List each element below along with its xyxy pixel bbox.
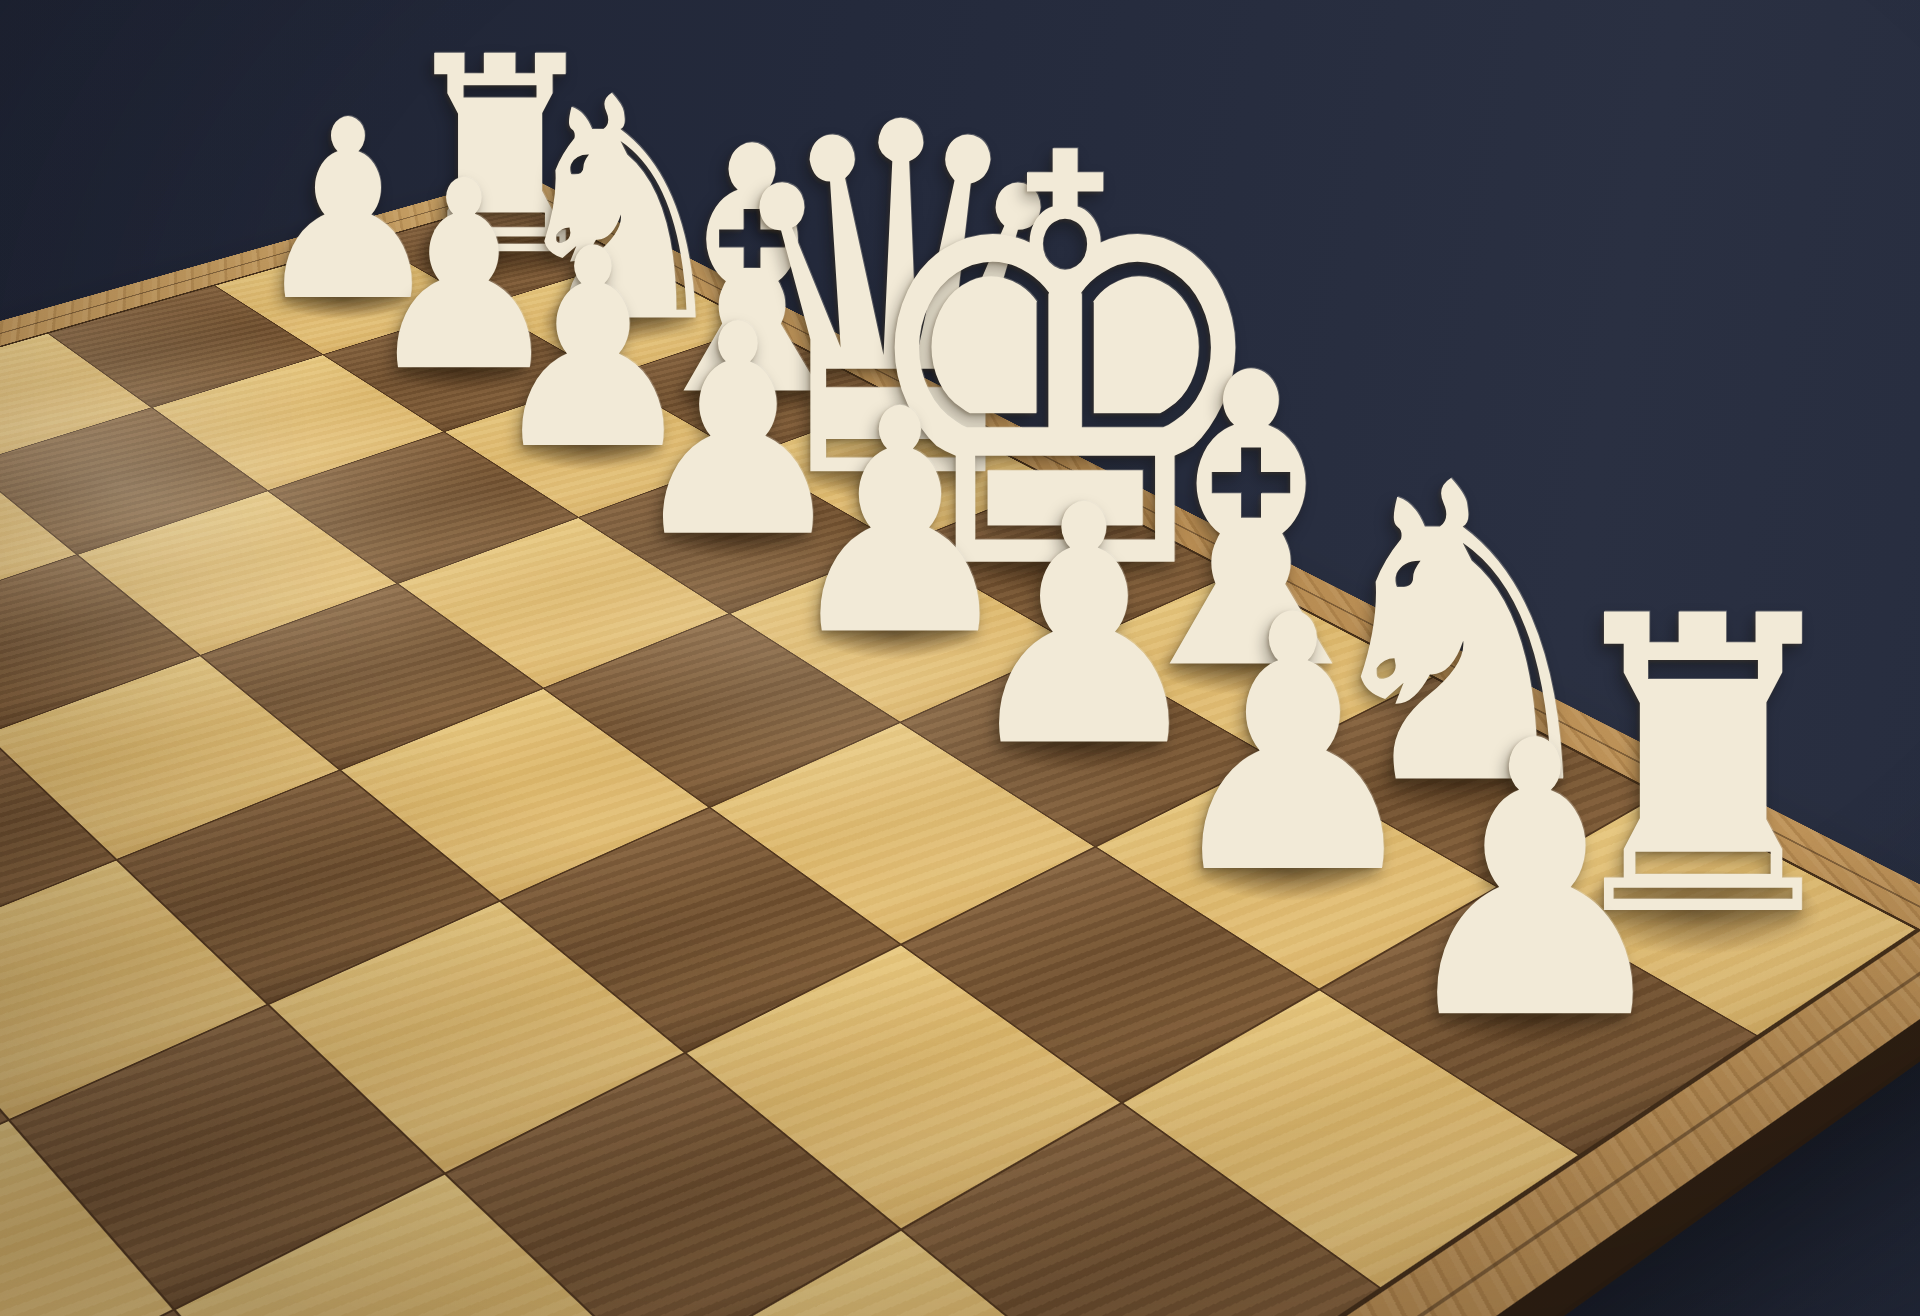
piece-white-pawn-h2[interactable]: ♟ (1388, 693, 1681, 1073)
photo-stage: ♜♞♝♛♚♝♞♜♟♟♟♟♟♟♟♟ (0, 0, 1920, 1316)
